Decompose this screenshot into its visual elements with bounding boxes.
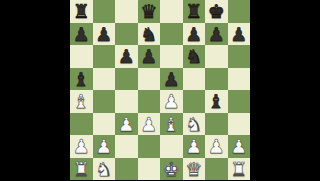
square-g4[interactable]: ♝ <box>205 90 228 113</box>
square-e7[interactable] <box>160 23 183 46</box>
square-b2[interactable]: ♟ <box>93 135 116 158</box>
black-king-piece[interactable]: ♚ <box>208 0 225 23</box>
letterbox-right <box>250 0 320 180</box>
chess-app-viewport: ♜♛♜♚♟♟♞♟♟♟♟♟♞♝♟♝♟♝♟♟♝♞♟♟♟♟♟♜♞♚♛♜ <box>0 0 320 180</box>
black-knight-piece[interactable]: ♞ <box>140 23 157 46</box>
square-g1[interactable] <box>205 158 228 181</box>
black-pawn-piece[interactable]: ♟ <box>73 23 90 46</box>
square-f3[interactable]: ♞ <box>183 113 206 136</box>
square-h8[interactable] <box>228 0 251 23</box>
white-bishop-piece[interactable]: ♝ <box>163 113 180 136</box>
square-d2[interactable] <box>138 135 161 158</box>
black-rook-piece[interactable]: ♜ <box>73 0 90 23</box>
square-h7[interactable]: ♟ <box>228 23 251 46</box>
square-a3[interactable] <box>70 113 93 136</box>
white-pawn-piece[interactable]: ♟ <box>118 113 135 136</box>
white-rook-piece[interactable]: ♜ <box>230 158 247 181</box>
black-pawn-piece[interactable]: ♟ <box>230 23 247 46</box>
square-f1[interactable]: ♛ <box>183 158 206 181</box>
square-f5[interactable] <box>183 68 206 91</box>
white-knight-piece[interactable]: ♞ <box>185 113 202 136</box>
black-bishop-piece[interactable]: ♝ <box>208 90 225 113</box>
white-pawn-piece[interactable]: ♟ <box>140 113 157 136</box>
square-b6[interactable] <box>93 45 116 68</box>
square-d7[interactable]: ♞ <box>138 23 161 46</box>
black-bishop-piece[interactable]: ♝ <box>73 68 90 91</box>
square-g2[interactable]: ♟ <box>205 135 228 158</box>
square-e8[interactable] <box>160 0 183 23</box>
square-h2[interactable]: ♟ <box>228 135 251 158</box>
square-g8[interactable]: ♚ <box>205 0 228 23</box>
square-e6[interactable] <box>160 45 183 68</box>
square-d1[interactable] <box>138 158 161 181</box>
square-e4[interactable]: ♟ <box>160 90 183 113</box>
square-d5[interactable] <box>138 68 161 91</box>
square-h4[interactable] <box>228 90 251 113</box>
white-rook-piece[interactable]: ♜ <box>73 158 90 181</box>
square-c4[interactable] <box>115 90 138 113</box>
black-pawn-piece[interactable]: ♟ <box>208 23 225 46</box>
square-c2[interactable] <box>115 135 138 158</box>
square-a2[interactable]: ♟ <box>70 135 93 158</box>
square-b3[interactable] <box>93 113 116 136</box>
square-f2[interactable]: ♟ <box>183 135 206 158</box>
square-a7[interactable]: ♟ <box>70 23 93 46</box>
white-pawn-piece[interactable]: ♟ <box>163 90 180 113</box>
square-h6[interactable] <box>228 45 251 68</box>
square-c7[interactable] <box>115 23 138 46</box>
square-g7[interactable]: ♟ <box>205 23 228 46</box>
square-g6[interactable] <box>205 45 228 68</box>
square-f4[interactable] <box>183 90 206 113</box>
white-queen-piece[interactable]: ♛ <box>185 158 202 181</box>
letterbox-left <box>0 0 70 180</box>
white-pawn-piece[interactable]: ♟ <box>73 135 90 158</box>
white-knight-piece[interactable]: ♞ <box>95 158 112 181</box>
square-d6[interactable]: ♟ <box>138 45 161 68</box>
square-h3[interactable] <box>228 113 251 136</box>
square-c6[interactable]: ♟ <box>115 45 138 68</box>
white-bishop-piece[interactable]: ♝ <box>73 90 90 113</box>
square-c1[interactable] <box>115 158 138 181</box>
square-c3[interactable]: ♟ <box>115 113 138 136</box>
square-g5[interactable] <box>205 68 228 91</box>
square-a8[interactable]: ♜ <box>70 0 93 23</box>
black-knight-piece[interactable]: ♞ <box>185 45 202 68</box>
square-b7[interactable]: ♟ <box>93 23 116 46</box>
square-d4[interactable] <box>138 90 161 113</box>
square-h1[interactable]: ♜ <box>228 158 251 181</box>
white-king-piece[interactable]: ♚ <box>163 158 180 181</box>
black-pawn-piece[interactable]: ♟ <box>95 23 112 46</box>
square-a5[interactable]: ♝ <box>70 68 93 91</box>
white-pawn-piece[interactable]: ♟ <box>185 135 202 158</box>
square-a1[interactable]: ♜ <box>70 158 93 181</box>
white-pawn-piece[interactable]: ♟ <box>230 135 247 158</box>
white-pawn-piece[interactable]: ♟ <box>95 135 112 158</box>
square-d3[interactable]: ♟ <box>138 113 161 136</box>
black-queen-piece[interactable]: ♛ <box>140 0 157 23</box>
square-c8[interactable] <box>115 0 138 23</box>
square-f7[interactable]: ♟ <box>183 23 206 46</box>
square-b5[interactable] <box>93 68 116 91</box>
square-b8[interactable] <box>93 0 116 23</box>
black-pawn-piece[interactable]: ♟ <box>140 45 157 68</box>
square-e1[interactable]: ♚ <box>160 158 183 181</box>
square-h5[interactable] <box>228 68 251 91</box>
square-b4[interactable] <box>93 90 116 113</box>
black-pawn-piece[interactable]: ♟ <box>185 23 202 46</box>
square-f8[interactable]: ♜ <box>183 0 206 23</box>
square-f6[interactable]: ♞ <box>183 45 206 68</box>
chess-board[interactable]: ♜♛♜♚♟♟♞♟♟♟♟♟♞♝♟♝♟♝♟♟♝♞♟♟♟♟♟♜♞♚♛♜ <box>70 0 250 180</box>
square-g3[interactable] <box>205 113 228 136</box>
white-pawn-piece[interactable]: ♟ <box>208 135 225 158</box>
black-rook-piece[interactable]: ♜ <box>185 0 202 23</box>
square-a6[interactable] <box>70 45 93 68</box>
black-pawn-piece[interactable]: ♟ <box>163 68 180 91</box>
square-e5[interactable]: ♟ <box>160 68 183 91</box>
square-c5[interactable] <box>115 68 138 91</box>
square-a4[interactable]: ♝ <box>70 90 93 113</box>
square-d8[interactable]: ♛ <box>138 0 161 23</box>
square-e3[interactable]: ♝ <box>160 113 183 136</box>
black-pawn-piece[interactable]: ♟ <box>118 45 135 68</box>
square-b1[interactable]: ♞ <box>93 158 116 181</box>
square-e2[interactable] <box>160 135 183 158</box>
